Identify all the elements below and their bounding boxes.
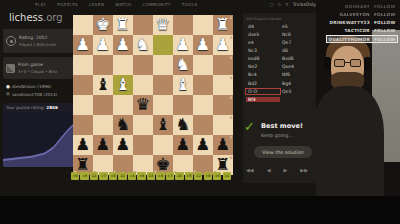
square-f5[interactable] [113,95,133,115]
move-row: d4e5 [246,22,316,30]
square-d7[interactable] [153,135,173,155]
black-bishop[interactable]: ♝ [153,115,173,135]
black-pawn[interactable]: ♟ [73,135,93,155]
square-d1[interactable]: ♛ [153,15,173,35]
follow-label: FOLLOW [374,28,396,33]
session-puzzle-result[interactable]: 11 [118,172,126,180]
square-g1[interactable]: ♚ [93,15,113,35]
square-e3[interactable] [133,55,153,75]
move-Bf4[interactable]: Bf4 [246,97,280,102]
follow-label: FOLLOW [374,20,396,25]
prev-move-button[interactable]: ◀ [267,167,271,173]
square-h2[interactable]: ♟ [73,35,93,55]
follower-name: TACTICOR [345,28,370,33]
square-c3[interactable]: ♞ [173,55,193,75]
move-Nf6[interactable]: Nf6 [280,72,314,77]
rank-label: 7 [230,136,232,140]
checkmark-icon: ✓ [244,119,255,134]
black-pawn[interactable]: ♟ [93,135,113,155]
follower-notifications: GOUNARTFOLLOWGALVESTONFOLLOWDRINKWATTY23… [327,3,397,42]
square-e5[interactable]: ♛ [133,95,153,115]
white-pawn[interactable]: ♟ [93,35,113,55]
move-Bd2[interactable]: Bd2 [246,81,280,86]
move-row: Bc4Nf6 [246,71,316,79]
square-c2[interactable]: ♟ [173,35,193,55]
session-puzzle-result[interactable]: +9 [204,172,212,180]
top-nav: PLAYPUZZLESLEARNWATCHCOMMUNITYTOOLS [35,2,197,7]
move-row: Nc3d6 [246,46,316,54]
player-black[interactable]: ● sandman2708 (2014) [6,92,70,97]
square-e4[interactable] [133,75,153,95]
session-puzzle-result[interactable]: +6 [109,172,117,180]
rank-label: 5 [230,96,232,100]
move-Qe5[interactable]: Qe5 [280,89,314,94]
rating-chart [3,113,75,167]
square-f7[interactable]: ♟ [113,135,133,155]
square-b6[interactable] [193,115,213,135]
feedback-subtitle: Keep going… [261,132,293,138]
source-game-block[interactable]: From game 3+0 • Casual • Blitz [3,57,73,79]
square-h7[interactable]: ♟ [73,135,93,155]
square-d4[interactable] [153,75,173,95]
square-a6[interactable]: 6 [213,115,233,135]
white-pawn[interactable]: ♟ [73,35,93,55]
puzzle-rating-graph: Your puzzle rating: 2846 [3,103,75,167]
session-puzzle-result[interactable]: 12 [194,172,202,180]
black-knight[interactable]: ♞ [173,115,193,135]
rating-graph-label: Your puzzle rating: 2846 [6,105,58,110]
rating-graph-value: 2846 [46,105,58,110]
white-rook[interactable]: ♜ [113,15,133,35]
session-puzzle-result[interactable]: +4 [128,172,136,180]
white-pawn[interactable]: ♟ [113,35,133,55]
square-a4[interactable]: 4 [213,75,233,95]
white-bishop[interactable]: ♝ [173,75,193,95]
session-puzzle-result[interactable]: 11 [223,172,231,180]
square-f6[interactable]: ♞ [113,115,133,135]
move-row: Ne2Qxe4 [246,63,316,71]
session-puzzle-result[interactable]: 10 [175,172,183,180]
square-c1[interactable] [173,15,193,35]
puzzle-info-block: Rating: 2052 Played 1,846 times [3,29,73,53]
nav-item-play[interactable]: PLAY [35,2,46,7]
move-Qxe4[interactable]: Qxe4 [280,64,314,69]
follower-name: GALVESTON [340,12,370,17]
nav-item-learn[interactable]: LEARN [89,2,104,7]
square-b2[interactable]: ♟ [193,35,213,55]
move-Bc4[interactable]: Bc4 [246,72,280,77]
square-g6[interactable] [93,115,113,135]
players-block: ● AlexNilsson (1996) ● sandman2708 (2014… [3,82,73,100]
square-h1[interactable] [73,15,93,35]
white-color-icon: ● [6,85,10,89]
square-b7[interactable]: ♟ [193,135,213,155]
square-c4[interactable]: ♝ [173,75,193,95]
square-c5[interactable] [173,95,193,115]
move-row: O-OQe5 [246,87,316,95]
square-d5[interactable] [153,95,173,115]
square-d3[interactable] [153,55,173,75]
chess-board[interactable]: ♚♜♛♜1♟♟♟♞♟♟♟2♞3♝♝♝4♛5♞♝♞6♟♟♟♟♟♟7♜hgfe♚dc… [73,15,233,175]
puzzle-plays: Played 1,846 times [19,42,56,47]
move-Nc3[interactable]: Nc3 [246,48,280,53]
follower-name: GOUNART [345,4,370,9]
black-knight[interactable]: ♞ [113,115,133,135]
square-f2[interactable]: ♟ [113,35,133,55]
white-king[interactable]: ♚ [93,15,113,35]
move-Bg4[interactable]: Bg4 [280,81,314,86]
square-h4[interactable] [73,75,93,95]
white-pawn[interactable]: ♟ [193,35,213,55]
square-b1[interactable] [193,15,213,35]
move-Bxd6[interactable]: Bxd6 [280,56,314,61]
follower-name: QUALITYHUMOR [328,37,369,42]
puzzle-rating-icon [6,36,16,46]
square-e7[interactable] [133,135,153,155]
follow-label: FOLLOW [374,4,396,9]
follower-notification: GOUNARTFOLLOW [343,3,397,10]
challenge-icon[interactable]: ◇ [277,2,280,7]
black-pawn[interactable]: ♟ [193,135,213,155]
lichess-logo[interactable]: lichess.org [9,12,63,23]
square-a3[interactable]: 3 [213,55,233,75]
rank-label: 8 [230,156,232,160]
stream-frame: PLAYPUZZLESLEARNWATCHCOMMUNITYTOOLS ○ ◇ … [0,0,400,224]
move-Qe7[interactable]: Qe7 [280,40,314,45]
square-e1[interactable] [133,15,153,35]
nav-item-puzzles[interactable]: PUZZLES [57,2,78,7]
puzzle-session-row: +9+812+7+611+4+913+8+710+512+9+611 [71,172,231,180]
square-e2[interactable]: ♞ [133,35,153,55]
first-move-button[interactable]: ◀◀ [246,167,254,173]
session-puzzle-result[interactable]: +9 [71,172,79,180]
black-pawn[interactable]: ♟ [173,135,193,155]
move-row: Bf4 [246,95,316,103]
white-knight[interactable]: ♞ [173,55,193,75]
next-move-button[interactable]: ▶ [283,167,287,173]
rank-label: 3 [230,56,232,60]
nav-item-tools[interactable]: TOOLS [182,2,198,7]
square-b4[interactable] [193,75,213,95]
session-puzzle-result[interactable]: +8 [80,172,88,180]
session-puzzle-result[interactable]: +7 [166,172,174,180]
square-g4[interactable]: ♝ [93,75,113,95]
move-list[interactable]: d4e5dxe5Nc6e4Qe7Nc3d6exd6Bxd6Ne2Qxe4Bc4N… [246,22,316,103]
follow-label: FOLLOW [374,37,396,42]
move-nav-arrows[interactable]: ◀◀◀▶▶▶ [246,167,308,173]
white-queen[interactable]: ♛ [153,15,173,35]
move-dxe5[interactable]: dxe5 [246,32,280,37]
square-g5[interactable] [93,95,113,115]
square-g7[interactable]: ♟ [93,135,113,155]
square-g2[interactable]: ♟ [93,35,113,55]
streamer-glasses [334,59,361,67]
move-row: dxe5Nc6 [246,30,316,38]
move-exd6[interactable]: exd6 [246,56,280,61]
session-puzzle-result[interactable]: +7 [99,172,107,180]
move-e4[interactable]: e4 [246,40,280,45]
white-knight[interactable]: ♞ [133,35,153,55]
square-d2[interactable] [153,35,173,55]
streamer-shirt [316,86,384,196]
player-white[interactable]: ● AlexNilsson (1996) [6,84,70,89]
follow-label: FOLLOW [374,12,396,17]
move-e5[interactable]: e5 [280,24,314,29]
black-bishop[interactable]: ♝ [93,75,113,95]
puzzle-rating: Rating: 2052 [19,35,56,40]
search-icon[interactable]: ○ [269,2,273,7]
square-f4[interactable]: ♝ [113,75,133,95]
bottom-bar: TricksOnly Thanks for the support! 0 – S… [0,196,400,224]
move-Nc6[interactable]: Nc6 [280,32,314,37]
session-puzzle-result[interactable]: +6 [213,172,221,180]
follower-notification: TACTICORFOLLOW [343,28,397,35]
feedback-title: Best move! [261,122,303,130]
follower-notification: GALVESTONFOLLOW [338,11,397,18]
move-row: exd6Bxd6 [246,55,316,63]
square-g3[interactable] [93,55,113,75]
square-b5[interactable] [193,95,213,115]
follower-notification: QUALITYHUMORFOLLOW [327,36,397,43]
move-OO[interactable]: O-O [246,89,280,94]
move-row: e4Qe7 [246,38,316,46]
headphone-cup-right [364,57,371,70]
square-a2[interactable]: ♟2 [213,35,233,55]
white-bishop[interactable]: ♝ [113,75,133,95]
square-h5[interactable] [73,95,93,115]
user-bar: ○ ◇ ≡ TricksOnly4 [243,2,319,7]
view-solution-button[interactable]: View the solution [254,146,312,158]
game-time-control: 3+0 • Casual • Blitz [18,69,57,74]
square-b3[interactable] [193,55,213,75]
rank-label: 2 [230,36,232,40]
square-f1[interactable]: ♜ [113,15,133,35]
session-puzzle-result[interactable]: +8 [156,172,164,180]
square-h6[interactable] [73,115,93,135]
square-c7[interactable]: ♟ [173,135,193,155]
move-Ne2[interactable]: Ne2 [246,64,280,69]
square-h3[interactable] [73,55,93,75]
square-d6[interactable]: ♝ [153,115,173,135]
black-queen[interactable]: ♛ [133,95,153,115]
square-a5[interactable]: 5 [213,95,233,115]
rank-label: 6 [230,116,232,120]
black-pawn[interactable]: ♟ [113,135,133,155]
session-puzzle-result[interactable]: +9 [137,172,145,180]
move-row: Bd2Bg4 [246,79,316,87]
rank-label: 4 [230,76,232,80]
nav-item-watch[interactable]: WATCH [115,2,131,7]
follower-name: DRINKWATTY23 [330,20,370,25]
session-puzzle-result[interactable]: +5 [185,172,193,180]
rank-label: 1 [230,16,232,20]
opening-name: A40 Englund Gambit [246,17,316,21]
move-d4[interactable]: d4 [246,24,280,29]
white-pawn[interactable]: ♟ [173,35,193,55]
menu-icon[interactable]: ≡ [285,2,289,7]
square-a1[interactable]: ♜1 [213,15,233,35]
session-puzzle-result[interactable]: 12 [90,172,98,180]
square-c6[interactable]: ♞ [173,115,193,135]
headphone-cup-left [324,57,331,70]
follower-notification: DRINKWATTY23FOLLOW [328,19,397,26]
square-f3[interactable] [113,55,133,75]
board-icon [6,64,15,73]
square-a7[interactable]: ♟7 [213,135,233,155]
last-move-button[interactable]: ▶▶ [300,167,308,173]
from-game-label: From game [18,62,57,67]
session-puzzle-result[interactable]: 13 [147,172,155,180]
nav-item-community[interactable]: COMMUNITY [143,2,171,7]
move-d6[interactable]: d6 [280,48,314,53]
square-e6[interactable] [133,115,153,135]
black-color-icon: ● [6,92,10,96]
